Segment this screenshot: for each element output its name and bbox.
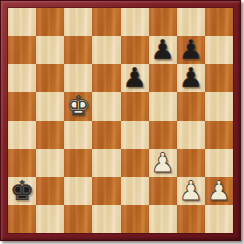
- square-a1[interactable]: [8, 205, 36, 233]
- square-a8[interactable]: [8, 8, 36, 36]
- chess-board: ♟♟♟♟♚♟♚♟♟: [8, 8, 233, 233]
- square-g8[interactable]: [177, 8, 205, 36]
- square-d8[interactable]: [92, 8, 120, 36]
- square-d3[interactable]: [92, 149, 120, 177]
- square-g5[interactable]: [177, 92, 205, 120]
- square-h8[interactable]: [205, 8, 233, 36]
- square-g6[interactable]: ♟: [177, 64, 205, 92]
- square-f7[interactable]: ♟: [149, 36, 177, 64]
- square-h6[interactable]: [205, 64, 233, 92]
- square-b3[interactable]: [36, 149, 64, 177]
- square-f6[interactable]: [149, 64, 177, 92]
- black-king-a2[interactable]: ♚: [10, 177, 34, 205]
- square-e1[interactable]: [121, 205, 149, 233]
- square-f4[interactable]: [149, 121, 177, 149]
- square-d4[interactable]: [92, 121, 120, 149]
- square-e3[interactable]: [121, 149, 149, 177]
- square-a2[interactable]: ♚: [8, 177, 36, 205]
- square-h4[interactable]: [205, 121, 233, 149]
- black-pawn-g6[interactable]: ♟: [179, 64, 203, 92]
- square-e6[interactable]: ♟: [121, 64, 149, 92]
- square-c3[interactable]: [64, 149, 92, 177]
- square-a4[interactable]: [8, 121, 36, 149]
- square-d7[interactable]: [92, 36, 120, 64]
- square-c8[interactable]: [64, 8, 92, 36]
- square-f1[interactable]: [149, 205, 177, 233]
- white-pawn-h2[interactable]: ♟: [207, 177, 231, 205]
- square-d6[interactable]: [92, 64, 120, 92]
- square-h1[interactable]: [205, 205, 233, 233]
- square-g2[interactable]: ♟: [177, 177, 205, 205]
- square-a5[interactable]: [8, 92, 36, 120]
- black-pawn-e6[interactable]: ♟: [122, 64, 146, 92]
- white-pawn-f3[interactable]: ♟: [151, 149, 175, 177]
- square-b7[interactable]: [36, 36, 64, 64]
- white-king-c5[interactable]: ♚: [66, 92, 90, 120]
- square-e4[interactable]: [121, 121, 149, 149]
- square-f3[interactable]: ♟: [149, 149, 177, 177]
- square-b1[interactable]: [36, 205, 64, 233]
- square-a3[interactable]: [8, 149, 36, 177]
- square-d1[interactable]: [92, 205, 120, 233]
- black-pawn-f7[interactable]: ♟: [151, 36, 175, 64]
- square-a6[interactable]: [8, 64, 36, 92]
- white-pawn-g2[interactable]: ♟: [179, 177, 203, 205]
- square-b4[interactable]: [36, 121, 64, 149]
- square-c7[interactable]: [64, 36, 92, 64]
- square-c2[interactable]: [64, 177, 92, 205]
- square-f2[interactable]: [149, 177, 177, 205]
- black-pawn-g7[interactable]: ♟: [179, 36, 203, 64]
- square-g4[interactable]: [177, 121, 205, 149]
- square-d5[interactable]: [92, 92, 120, 120]
- square-h2[interactable]: ♟: [205, 177, 233, 205]
- chess-board-frame: ♟♟♟♟♚♟♚♟♟: [0, 0, 241, 241]
- square-f8[interactable]: [149, 8, 177, 36]
- square-h5[interactable]: [205, 92, 233, 120]
- square-b2[interactable]: [36, 177, 64, 205]
- screenshot-canvas: ♟♟♟♟♚♟♚♟♟: [0, 0, 244, 244]
- square-g1[interactable]: [177, 205, 205, 233]
- square-g3[interactable]: [177, 149, 205, 177]
- square-d2[interactable]: [92, 177, 120, 205]
- square-f5[interactable]: [149, 92, 177, 120]
- square-c4[interactable]: [64, 121, 92, 149]
- square-c1[interactable]: [64, 205, 92, 233]
- square-b6[interactable]: [36, 64, 64, 92]
- square-a7[interactable]: [8, 36, 36, 64]
- square-h7[interactable]: [205, 36, 233, 64]
- square-b5[interactable]: [36, 92, 64, 120]
- square-c6[interactable]: [64, 64, 92, 92]
- square-e8[interactable]: [121, 8, 149, 36]
- square-e5[interactable]: [121, 92, 149, 120]
- square-c5[interactable]: ♚: [64, 92, 92, 120]
- square-e2[interactable]: [121, 177, 149, 205]
- square-e7[interactable]: [121, 36, 149, 64]
- square-b8[interactable]: [36, 8, 64, 36]
- square-g7[interactable]: ♟: [177, 36, 205, 64]
- square-h3[interactable]: [205, 149, 233, 177]
